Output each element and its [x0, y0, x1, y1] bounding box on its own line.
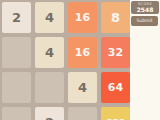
tile-256-r4c4: 256	[101, 107, 130, 120]
score-box: SCORE 2548	[131, 1, 159, 14]
score-value: 2548	[137, 6, 154, 13]
empty-cell-r3c2	[35, 72, 64, 103]
tile-16-r2c3: 16	[68, 37, 97, 68]
submit-button[interactable]: Submit	[131, 16, 158, 26]
empty-cell-r2c1	[2, 37, 31, 68]
board: 24168416324642256	[0, 0, 130, 120]
tile-grid: 24168416324642256	[2, 2, 130, 120]
empty-cell-r4c3	[68, 107, 97, 120]
tile-4-r2c2: 4	[35, 37, 64, 68]
side-panel: SCORE 2548 Submit	[130, 0, 160, 120]
empty-cell-r4c1	[2, 107, 31, 120]
tile-4-r1c2: 4	[35, 2, 64, 33]
2048-game-screen: 24168416324642256 SCORE 2548 Submit	[0, 0, 160, 120]
tile-16-r1c3: 16	[68, 2, 97, 33]
empty-cell-r3c1	[2, 72, 31, 103]
tile-32-r2c4: 32	[101, 37, 130, 68]
tile-2-r1c1: 2	[2, 2, 31, 33]
tile-64-r3c4: 64	[101, 72, 130, 103]
tile-8-r1c4: 8	[101, 2, 130, 33]
tile-2-r4c2: 2	[35, 107, 64, 120]
tile-4-r3c3: 4	[68, 72, 97, 103]
